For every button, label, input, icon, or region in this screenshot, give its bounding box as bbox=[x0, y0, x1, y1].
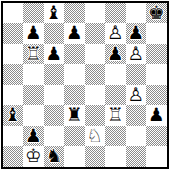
piece-black-knight[interactable]: ♞♞ bbox=[44, 146, 65, 167]
square-f2[interactable] bbox=[105, 126, 126, 147]
piece-white-pawn[interactable]: ♟♙ bbox=[126, 44, 147, 65]
square-h1[interactable] bbox=[146, 146, 167, 167]
piece-glyph: ♙ bbox=[126, 85, 147, 106]
square-c4[interactable] bbox=[44, 85, 65, 106]
piece-black-pawn[interactable]: ♟♟ bbox=[105, 44, 126, 65]
piece-black-bishop[interactable]: ♝♝ bbox=[44, 3, 65, 24]
piece-glyph: ♔ bbox=[23, 146, 44, 167]
piece-glyph: ♟ bbox=[64, 23, 85, 44]
square-f3[interactable]: ♜♖ bbox=[105, 105, 126, 126]
square-e6[interactable] bbox=[85, 44, 106, 65]
square-f4[interactable] bbox=[105, 85, 126, 106]
square-g3[interactable] bbox=[126, 105, 147, 126]
piece-glyph: ♟ bbox=[105, 44, 126, 65]
square-h6[interactable] bbox=[146, 44, 167, 65]
square-e1[interactable] bbox=[85, 146, 106, 167]
square-d2[interactable] bbox=[64, 126, 85, 147]
square-g2[interactable] bbox=[126, 126, 147, 147]
square-c6[interactable]: ♟♟ bbox=[44, 44, 65, 65]
piece-glyph: ♟ bbox=[23, 126, 44, 147]
square-b1[interactable]: ♚♔ bbox=[23, 146, 44, 167]
piece-white-pawn[interactable]: ♟♙ bbox=[126, 85, 147, 106]
square-a1[interactable] bbox=[3, 146, 24, 167]
piece-glyph: ♜ bbox=[64, 105, 85, 126]
square-g5[interactable] bbox=[126, 64, 147, 85]
square-a6[interactable] bbox=[3, 44, 24, 65]
square-b4[interactable] bbox=[23, 85, 44, 106]
square-h7[interactable] bbox=[146, 23, 167, 44]
square-c8[interactable]: ♝♝ bbox=[44, 3, 65, 24]
square-f1[interactable] bbox=[105, 146, 126, 167]
square-c3[interactable] bbox=[44, 105, 65, 126]
square-d4[interactable] bbox=[64, 85, 85, 106]
piece-glyph: ♝ bbox=[44, 3, 65, 24]
piece-black-pawn[interactable]: ♟♟ bbox=[146, 105, 167, 126]
square-c7[interactable] bbox=[44, 23, 65, 44]
square-e3[interactable] bbox=[85, 105, 106, 126]
piece-black-rook[interactable]: ♜♜ bbox=[64, 105, 85, 126]
square-f6[interactable]: ♟♟ bbox=[105, 44, 126, 65]
square-b8[interactable] bbox=[23, 3, 44, 24]
square-d5[interactable] bbox=[64, 64, 85, 85]
square-f7[interactable]: ♟♙ bbox=[105, 23, 126, 44]
square-a8[interactable] bbox=[3, 3, 24, 24]
square-b6[interactable]: ♜♖ bbox=[23, 44, 44, 65]
square-a7[interactable] bbox=[3, 23, 24, 44]
square-g7[interactable]: ♟♟ bbox=[126, 23, 147, 44]
square-a4[interactable] bbox=[3, 85, 24, 106]
square-g4[interactable]: ♟♙ bbox=[126, 85, 147, 106]
square-e2[interactable]: ♞♘ bbox=[85, 126, 106, 147]
piece-glyph: ♟ bbox=[126, 23, 147, 44]
square-d1[interactable] bbox=[64, 146, 85, 167]
piece-white-rook[interactable]: ♜♖ bbox=[105, 105, 126, 126]
square-e8[interactable] bbox=[85, 3, 106, 24]
square-e7[interactable] bbox=[85, 23, 106, 44]
square-e5[interactable] bbox=[85, 64, 106, 85]
piece-glyph: ♙ bbox=[126, 44, 147, 65]
piece-glyph: ♙ bbox=[105, 23, 126, 44]
square-h8[interactable]: ♚♚ bbox=[146, 3, 167, 24]
square-d6[interactable] bbox=[64, 44, 85, 65]
piece-glyph: ♝ bbox=[3, 105, 24, 126]
chess-board: ♝♝♚♚♟♟♟♟♟♙♟♟♜♖♟♟♟♟♟♙♟♙♝♝♜♜♜♖♟♟♟♟♞♘♚♔♞♞ bbox=[1, 1, 169, 169]
piece-white-king[interactable]: ♚♔ bbox=[23, 146, 44, 167]
square-f5[interactable] bbox=[105, 64, 126, 85]
piece-black-pawn[interactable]: ♟♟ bbox=[23, 23, 44, 44]
piece-black-pawn[interactable]: ♟♟ bbox=[23, 126, 44, 147]
square-d8[interactable] bbox=[64, 3, 85, 24]
piece-black-king[interactable]: ♚♚ bbox=[146, 3, 167, 24]
square-e4[interactable] bbox=[85, 85, 106, 106]
square-b2[interactable]: ♟♟ bbox=[23, 126, 44, 147]
square-h4[interactable] bbox=[146, 85, 167, 106]
piece-glyph: ♘ bbox=[85, 126, 106, 147]
piece-glyph: ♟ bbox=[146, 105, 167, 126]
square-a3[interactable]: ♝♝ bbox=[3, 105, 24, 126]
square-d7[interactable]: ♟♟ bbox=[64, 23, 85, 44]
piece-black-pawn[interactable]: ♟♟ bbox=[64, 23, 85, 44]
piece-white-rook[interactable]: ♜♖ bbox=[23, 44, 44, 65]
square-h3[interactable]: ♟♟ bbox=[146, 105, 167, 126]
square-c1[interactable]: ♞♞ bbox=[44, 146, 65, 167]
piece-glyph: ♞ bbox=[44, 146, 65, 167]
piece-white-pawn[interactable]: ♟♙ bbox=[105, 23, 126, 44]
square-c2[interactable] bbox=[44, 126, 65, 147]
piece-glyph: ♟ bbox=[23, 23, 44, 44]
square-b7[interactable]: ♟♟ bbox=[23, 23, 44, 44]
square-c5[interactable] bbox=[44, 64, 65, 85]
piece-black-bishop[interactable]: ♝♝ bbox=[3, 105, 24, 126]
square-b3[interactable] bbox=[23, 105, 44, 126]
piece-black-pawn[interactable]: ♟♟ bbox=[126, 23, 147, 44]
square-h2[interactable] bbox=[146, 126, 167, 147]
piece-glyph: ♚ bbox=[146, 3, 167, 24]
square-f8[interactable] bbox=[105, 3, 126, 24]
square-a5[interactable] bbox=[3, 64, 24, 85]
piece-glyph: ♟ bbox=[44, 44, 65, 65]
piece-white-knight[interactable]: ♞♘ bbox=[85, 126, 106, 147]
square-h5[interactable] bbox=[146, 64, 167, 85]
piece-glyph: ♖ bbox=[23, 44, 44, 65]
piece-glyph: ♖ bbox=[105, 105, 126, 126]
square-g6[interactable]: ♟♙ bbox=[126, 44, 147, 65]
square-g8[interactable] bbox=[126, 3, 147, 24]
square-g1[interactable] bbox=[126, 146, 147, 167]
square-a2[interactable] bbox=[3, 126, 24, 147]
piece-black-pawn[interactable]: ♟♟ bbox=[44, 44, 65, 65]
square-d3[interactable]: ♜♜ bbox=[64, 105, 85, 126]
chess-diagram: ♝♝♚♚♟♟♟♟♟♙♟♟♜♖♟♟♟♟♟♙♟♙♝♝♜♜♜♖♟♟♟♟♞♘♚♔♞♞ bbox=[0, 0, 172, 172]
square-b5[interactable] bbox=[23, 64, 44, 85]
